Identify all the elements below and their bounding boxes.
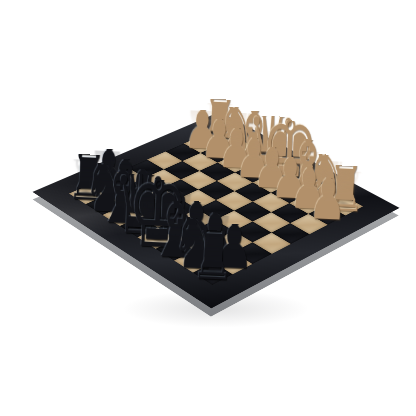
chess-board: ♜♜♟♟♞♞♟♟♝♝♟♟♛♛♟♟♚♚♟♟♝♝♟♟♟♟♞♞♜♜♟♟♟♟♜♜♞♞♟♟…: [32, 112, 399, 309]
perspective-wrapper: ♜♜♟♟♞♞♟♟♝♝♟♟♛♛♟♟♚♚♟♟♝♝♟♟♟♟♞♞♜♜♟♟♟♟♜♜♞♞♟♟…: [0, 0, 416, 416]
black-rook-reflection: ♜: [165, 235, 262, 283]
product-photo-stage: ♜♜♟♟♞♞♟♟♝♝♟♟♛♛♟♟♚♚♟♟♝♝♟♟♟♟♞♞♜♜♟♟♟♟♜♜♞♞♟♟…: [0, 0, 416, 416]
pieces-layer: ♜♜♟♟♞♞♟♟♝♝♟♟♛♛♟♟♚♚♟♟♝♝♟♟♟♟♞♞♜♜♟♟♟♟♜♜♞♞♟♟…: [32, 112, 399, 309]
coral-pawn-reflection: ♟: [284, 178, 375, 219]
